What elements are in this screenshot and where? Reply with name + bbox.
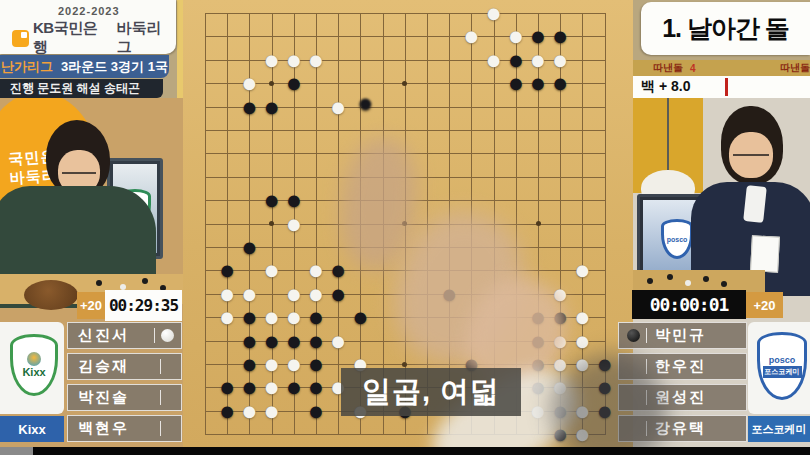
right-clock: 00:00:01	[632, 290, 746, 319]
left-player-name: 신진서	[78, 326, 129, 345]
black-go-stone: ●	[305, 306, 327, 328]
white-go-stone: ●	[261, 49, 283, 71]
white-stone-icon	[161, 329, 174, 342]
segment-title-card: 1. 날아간 돌	[641, 2, 810, 55]
white-go-stone: ●	[327, 96, 349, 118]
black-go-stone: ●	[283, 72, 305, 94]
white-go-stone: ●	[460, 25, 482, 47]
left-team-name-bar: Kixx	[0, 416, 64, 442]
black-go-stone: ●	[505, 72, 527, 94]
roster-divider	[646, 328, 647, 343]
tiny-stone	[96, 280, 102, 286]
captured-stones-bar: 따낸돌 4 따낸돌	[633, 60, 810, 76]
kixx-shield-icon: Kixx	[10, 334, 58, 396]
white-go-stone: ●	[305, 49, 327, 71]
posco-screen-shield: posco	[661, 219, 693, 259]
tiny-stone	[703, 276, 709, 282]
captured-right-label: 따낸돌	[780, 61, 810, 75]
black-stone-icon	[627, 329, 640, 342]
right-player-glasses	[733, 146, 769, 156]
white-go-stone: ●	[283, 213, 305, 235]
right-roster-row-1: 박민규	[618, 322, 747, 349]
score-divider-line	[725, 78, 728, 96]
caption-subtitle: 일곱, 여덟	[341, 368, 521, 416]
staff-bar: 진행 문도원 해설 송태곤	[0, 79, 163, 98]
star-point	[402, 81, 407, 86]
black-go-stone: ●	[283, 376, 305, 398]
right-team-logo-card: posco 포스코케미	[748, 322, 810, 414]
league-label: 바둑리그	[117, 19, 176, 57]
segment-title: 1. 날아간 돌	[662, 12, 789, 45]
kb-logo-notch	[21, 32, 27, 38]
star-point	[536, 221, 541, 226]
left-roster-row-1: 신진서	[67, 322, 182, 349]
kixx-shield-text: Kixx	[22, 366, 45, 378]
right-player-name: 박민규	[655, 326, 706, 345]
black-go-stone: ●	[549, 72, 571, 94]
right-player-shirt	[743, 185, 767, 223]
left-team-logo-card: Kixx	[0, 322, 64, 414]
black-go-stone: ●	[238, 236, 260, 258]
roster-divider	[160, 390, 161, 405]
black-go-stone: ●	[527, 72, 549, 94]
lamp-cord	[667, 98, 669, 172]
star-point	[269, 81, 274, 86]
star-point	[402, 362, 407, 367]
black-go-stone: ●	[354, 92, 376, 114]
league-logo-card: 2022-2023 KB국민은행 바둑리그	[0, 0, 176, 54]
captured-left-label: 따낸돌	[653, 61, 683, 75]
match-round-label: 3라운드 3경기 1국	[61, 58, 168, 76]
left-player-name: 백현우	[78, 419, 129, 438]
black-go-stone: ●	[238, 96, 260, 118]
tiny-stone	[647, 278, 653, 284]
roster-divider	[154, 328, 155, 343]
tiny-stone	[685, 280, 691, 286]
brand-label: KB국민은행	[33, 19, 111, 57]
white-go-stone: ●	[571, 259, 593, 281]
white-go-stone: ●	[238, 72, 260, 94]
captured-left-count: 4	[690, 63, 696, 74]
right-team-name-bar: 포스코케미	[748, 416, 810, 442]
black-go-stone: ●	[216, 400, 238, 422]
black-go-stone: ●	[349, 306, 371, 328]
video-scrubber-fragment	[0, 447, 33, 455]
posco-shield-text: posco	[769, 355, 796, 365]
tiny-stone	[721, 281, 727, 287]
black-go-stone: ●	[261, 189, 283, 211]
score-estimate: 백 + 8.0	[641, 78, 690, 96]
match-team-label: 난가리그	[1, 58, 53, 76]
black-go-stone: ●	[238, 306, 260, 328]
posco-shield-icon: posco 포스코케미	[757, 332, 807, 400]
left-player-glasses	[62, 164, 96, 174]
black-go-stone: ●	[305, 400, 327, 422]
white-go-stone: ●	[327, 330, 349, 352]
white-go-stone: ●	[261, 400, 283, 422]
white-go-stone: ●	[571, 306, 593, 328]
white-go-stone: ●	[283, 306, 305, 328]
left-player-name: 김승재	[78, 357, 129, 376]
black-go-stone: ●	[327, 283, 349, 305]
white-go-stone: ●	[238, 400, 260, 422]
white-go-stone: ●	[261, 306, 283, 328]
left-stone-bowl	[24, 280, 78, 310]
left-roster-row-2: 김승재	[67, 353, 182, 380]
match-info-bar: 난가리그 3라운드 3경기 1국	[0, 55, 169, 78]
tiny-stone	[667, 274, 673, 280]
right-player-name-tag	[750, 235, 780, 272]
white-go-stone: ●	[261, 259, 283, 281]
black-go-stone: ●	[261, 96, 283, 118]
tiny-stone	[142, 278, 148, 284]
black-go-stone: ●	[283, 189, 305, 211]
star-point	[269, 221, 274, 226]
right-player-name: 한우진	[655, 357, 706, 376]
roster-divider	[160, 421, 161, 436]
left-roster-row-4: 백현우	[67, 415, 182, 442]
right-byoyomi-badge: +20	[746, 292, 783, 318]
season-label: 2022-2023	[58, 5, 176, 17]
ai-score-bar: 백 + 8.0	[633, 76, 810, 98]
broadcast-frame: ●●●●●●●●●●●●●●●●●●●●●●●●●●●●●●●●●●●●●●●●…	[0, 0, 810, 455]
kixx-crest-icon	[27, 352, 41, 366]
white-go-stone: ●	[483, 49, 505, 71]
white-go-stone: ●	[483, 2, 505, 24]
left-roster-row-3: 박진솔	[67, 384, 182, 411]
left-byoyomi-badge: +20	[77, 292, 105, 319]
roster-divider	[160, 359, 161, 374]
bottom-letterbox-bar	[0, 447, 810, 455]
posco-shield-subtext: 포스코케미	[763, 366, 802, 378]
white-go-stone: ●	[216, 306, 238, 328]
left-player-name: 박진솔	[78, 388, 129, 407]
kb-logo-icon	[12, 30, 29, 47]
left-clock: 00:29:35	[105, 290, 182, 321]
